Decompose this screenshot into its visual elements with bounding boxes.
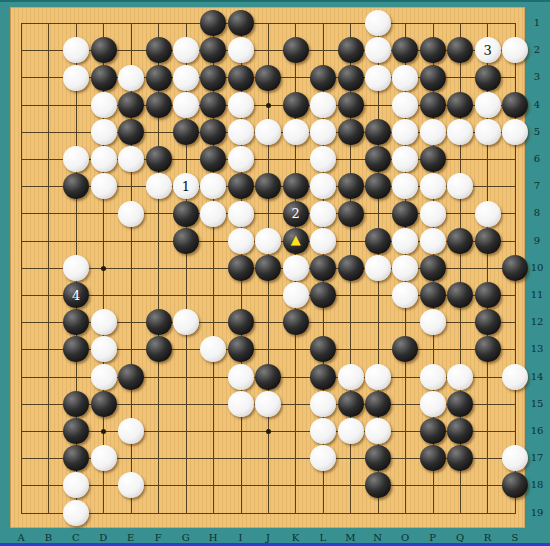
intersection-O1[interactable] xyxy=(392,10,419,37)
intersection-E14[interactable] xyxy=(117,363,144,390)
intersection-I9[interactable] xyxy=(227,227,254,254)
intersection-C10[interactable] xyxy=(62,254,89,281)
intersection-K13[interactable] xyxy=(282,336,309,363)
intersection-F3[interactable] xyxy=(145,64,172,91)
intersection-Q5[interactable] xyxy=(447,118,474,145)
intersection-I1[interactable] xyxy=(227,10,254,37)
intersection-N18[interactable] xyxy=(364,472,391,499)
intersection-A6[interactable] xyxy=(8,146,35,173)
intersection-A9[interactable] xyxy=(8,227,35,254)
intersection-R13[interactable] xyxy=(474,336,501,363)
intersection-O4[interactable] xyxy=(392,91,419,118)
intersection-C12[interactable] xyxy=(62,309,89,336)
intersection-M1[interactable] xyxy=(337,10,364,37)
intersection-I18[interactable] xyxy=(227,472,254,499)
intersection-N2[interactable] xyxy=(364,37,391,64)
intersection-K1[interactable] xyxy=(282,10,309,37)
intersection-F12[interactable] xyxy=(145,309,172,336)
intersection-O14[interactable] xyxy=(392,363,419,390)
intersection-P14[interactable] xyxy=(419,363,446,390)
intersection-E19[interactable] xyxy=(117,499,144,526)
intersection-K8[interactable]: 2 xyxy=(282,200,309,227)
intersection-K9[interactable]: ▲ xyxy=(282,227,309,254)
intersection-I15[interactable] xyxy=(227,390,254,417)
intersection-K16[interactable] xyxy=(282,417,309,444)
intersection-L1[interactable] xyxy=(309,10,336,37)
intersection-C16[interactable] xyxy=(62,417,89,444)
intersection-O18[interactable] xyxy=(392,472,419,499)
intersection-N10[interactable] xyxy=(364,254,391,281)
intersection-D1[interactable] xyxy=(90,10,117,37)
intersection-F19[interactable] xyxy=(145,499,172,526)
intersection-M9[interactable] xyxy=(337,227,364,254)
intersection-B14[interactable] xyxy=(35,363,62,390)
intersection-C8[interactable] xyxy=(62,200,89,227)
intersection-O2[interactable] xyxy=(392,37,419,64)
intersection-M15[interactable] xyxy=(337,390,364,417)
intersection-H14[interactable] xyxy=(200,363,227,390)
intersection-A10[interactable] xyxy=(8,254,35,281)
intersection-D14[interactable] xyxy=(90,363,117,390)
intersection-L18[interactable] xyxy=(309,472,336,499)
intersection-C3[interactable] xyxy=(62,64,89,91)
intersection-A18[interactable] xyxy=(8,472,35,499)
intersection-R3[interactable] xyxy=(474,64,501,91)
intersection-E4[interactable] xyxy=(117,91,144,118)
intersection-J2[interactable] xyxy=(255,37,282,64)
intersection-R2[interactable]: 3 xyxy=(474,37,501,64)
intersection-C6[interactable] xyxy=(62,146,89,173)
intersection-J5[interactable] xyxy=(255,118,282,145)
intersection-Q3[interactable] xyxy=(447,64,474,91)
intersection-D12[interactable] xyxy=(90,309,117,336)
intersection-N5[interactable] xyxy=(364,118,391,145)
intersection-Q15[interactable] xyxy=(447,390,474,417)
intersection-R5[interactable] xyxy=(474,118,501,145)
intersection-B15[interactable] xyxy=(35,390,62,417)
intersection-K4[interactable] xyxy=(282,91,309,118)
intersection-K5[interactable] xyxy=(282,118,309,145)
intersection-P13[interactable] xyxy=(419,336,446,363)
intersection-E17[interactable] xyxy=(117,445,144,472)
intersection-M13[interactable] xyxy=(337,336,364,363)
intersection-O7[interactable] xyxy=(392,173,419,200)
intersection-E1[interactable] xyxy=(117,10,144,37)
intersection-P4[interactable] xyxy=(419,91,446,118)
intersection-N3[interactable] xyxy=(364,64,391,91)
intersection-P11[interactable] xyxy=(419,281,446,308)
intersection-F14[interactable] xyxy=(145,363,172,390)
intersection-I10[interactable] xyxy=(227,254,254,281)
intersection-H12[interactable] xyxy=(200,309,227,336)
intersection-I7[interactable] xyxy=(227,173,254,200)
intersection-B11[interactable] xyxy=(35,281,62,308)
intersection-N7[interactable] xyxy=(364,173,391,200)
intersection-Q12[interactable] xyxy=(447,309,474,336)
intersection-P10[interactable] xyxy=(419,254,446,281)
intersection-J14[interactable] xyxy=(255,363,282,390)
intersection-L12[interactable] xyxy=(309,309,336,336)
intersection-B3[interactable] xyxy=(35,64,62,91)
intersection-I17[interactable] xyxy=(227,445,254,472)
intersection-H10[interactable] xyxy=(200,254,227,281)
intersection-H4[interactable] xyxy=(200,91,227,118)
intersection-G3[interactable] xyxy=(172,64,199,91)
intersection-P19[interactable] xyxy=(419,499,446,526)
intersection-O9[interactable] xyxy=(392,227,419,254)
intersection-E8[interactable] xyxy=(117,200,144,227)
intersection-B18[interactable] xyxy=(35,472,62,499)
intersection-H9[interactable] xyxy=(200,227,227,254)
intersection-R17[interactable] xyxy=(474,445,501,472)
intersection-R12[interactable] xyxy=(474,309,501,336)
intersection-I4[interactable] xyxy=(227,91,254,118)
intersection-F13[interactable] xyxy=(145,336,172,363)
intersection-E16[interactable] xyxy=(117,417,144,444)
intersection-E10[interactable] xyxy=(117,254,144,281)
intersection-Q17[interactable] xyxy=(447,445,474,472)
intersection-J9[interactable] xyxy=(255,227,282,254)
intersection-H1[interactable] xyxy=(200,10,227,37)
intersection-R9[interactable] xyxy=(474,227,501,254)
intersection-D15[interactable] xyxy=(90,390,117,417)
intersection-P17[interactable] xyxy=(419,445,446,472)
intersection-C2[interactable] xyxy=(62,37,89,64)
intersection-M18[interactable] xyxy=(337,472,364,499)
intersection-A13[interactable] xyxy=(8,336,35,363)
intersection-G1[interactable] xyxy=(172,10,199,37)
intersection-N17[interactable] xyxy=(364,445,391,472)
intersection-M7[interactable] xyxy=(337,173,364,200)
intersection-O12[interactable] xyxy=(392,309,419,336)
intersection-N13[interactable] xyxy=(364,336,391,363)
intersection-Q14[interactable] xyxy=(447,363,474,390)
intersection-K2[interactable] xyxy=(282,37,309,64)
intersection-I12[interactable] xyxy=(227,309,254,336)
intersection-J19[interactable] xyxy=(255,499,282,526)
intersection-L5[interactable] xyxy=(309,118,336,145)
intersection-J7[interactable] xyxy=(255,173,282,200)
intersection-D19[interactable] xyxy=(90,499,117,526)
intersection-I3[interactable] xyxy=(227,64,254,91)
intersection-C19[interactable] xyxy=(62,499,89,526)
intersection-M10[interactable] xyxy=(337,254,364,281)
intersection-P2[interactable] xyxy=(419,37,446,64)
intersection-M8[interactable] xyxy=(337,200,364,227)
intersection-I2[interactable] xyxy=(227,37,254,64)
intersection-H19[interactable] xyxy=(200,499,227,526)
intersection-O5[interactable] xyxy=(392,118,419,145)
intersection-C15[interactable] xyxy=(62,390,89,417)
intersection-C7[interactable] xyxy=(62,173,89,200)
intersection-J12[interactable] xyxy=(255,309,282,336)
intersection-O11[interactable] xyxy=(392,281,419,308)
intersection-P1[interactable] xyxy=(419,10,446,37)
intersection-H11[interactable] xyxy=(200,281,227,308)
intersection-K6[interactable] xyxy=(282,146,309,173)
intersection-Q7[interactable] xyxy=(447,173,474,200)
intersection-J15[interactable] xyxy=(255,390,282,417)
intersection-Q8[interactable] xyxy=(447,200,474,227)
intersection-D4[interactable] xyxy=(90,91,117,118)
intersection-M17[interactable] xyxy=(337,445,364,472)
intersection-H18[interactable] xyxy=(200,472,227,499)
intersection-K17[interactable] xyxy=(282,445,309,472)
intersection-C17[interactable] xyxy=(62,445,89,472)
intersection-L17[interactable] xyxy=(309,445,336,472)
intersection-A17[interactable] xyxy=(8,445,35,472)
intersection-K10[interactable] xyxy=(282,254,309,281)
intersection-E12[interactable] xyxy=(117,309,144,336)
intersection-P6[interactable] xyxy=(419,146,446,173)
intersection-L4[interactable] xyxy=(309,91,336,118)
intersection-F4[interactable] xyxy=(145,91,172,118)
intersection-G5[interactable] xyxy=(172,118,199,145)
intersection-J13[interactable] xyxy=(255,336,282,363)
intersection-L16[interactable] xyxy=(309,417,336,444)
intersection-D10[interactable] xyxy=(90,254,117,281)
intersection-N19[interactable] xyxy=(364,499,391,526)
intersection-R15[interactable] xyxy=(474,390,501,417)
intersection-B5[interactable] xyxy=(35,118,62,145)
intersection-Q6[interactable] xyxy=(447,146,474,173)
intersection-I6[interactable] xyxy=(227,146,254,173)
intersection-Q13[interactable] xyxy=(447,336,474,363)
intersection-R8[interactable] xyxy=(474,200,501,227)
intersection-B12[interactable] xyxy=(35,309,62,336)
intersection-M3[interactable] xyxy=(337,64,364,91)
intersection-J16[interactable] xyxy=(255,417,282,444)
intersection-D8[interactable] xyxy=(90,200,117,227)
intersection-K3[interactable] xyxy=(282,64,309,91)
intersection-K18[interactable] xyxy=(282,472,309,499)
intersection-B1[interactable] xyxy=(35,10,62,37)
intersection-G13[interactable] xyxy=(172,336,199,363)
intersection-E9[interactable] xyxy=(117,227,144,254)
intersection-O17[interactable] xyxy=(392,445,419,472)
intersection-P12[interactable] xyxy=(419,309,446,336)
intersection-N8[interactable] xyxy=(364,200,391,227)
intersection-B17[interactable] xyxy=(35,445,62,472)
intersection-L7[interactable] xyxy=(309,173,336,200)
intersection-H6[interactable] xyxy=(200,146,227,173)
intersection-K11[interactable] xyxy=(282,281,309,308)
intersection-G17[interactable] xyxy=(172,445,199,472)
intersection-Q2[interactable] xyxy=(447,37,474,64)
intersection-F16[interactable] xyxy=(145,417,172,444)
intersection-P9[interactable] xyxy=(419,227,446,254)
intersection-N6[interactable] xyxy=(364,146,391,173)
intersection-H3[interactable] xyxy=(200,64,227,91)
intersection-O15[interactable] xyxy=(392,390,419,417)
intersection-Q4[interactable] xyxy=(447,91,474,118)
intersection-G9[interactable] xyxy=(172,227,199,254)
intersection-P15[interactable] xyxy=(419,390,446,417)
intersection-H15[interactable] xyxy=(200,390,227,417)
intersection-R10[interactable] xyxy=(474,254,501,281)
intersection-K7[interactable] xyxy=(282,173,309,200)
intersection-N15[interactable] xyxy=(364,390,391,417)
intersection-F18[interactable] xyxy=(145,472,172,499)
intersection-B10[interactable] xyxy=(35,254,62,281)
intersection-G4[interactable] xyxy=(172,91,199,118)
intersection-C13[interactable] xyxy=(62,336,89,363)
intersection-P8[interactable] xyxy=(419,200,446,227)
intersection-N16[interactable] xyxy=(364,417,391,444)
intersection-G8[interactable] xyxy=(172,200,199,227)
intersection-D6[interactable] xyxy=(90,146,117,173)
intersection-E18[interactable] xyxy=(117,472,144,499)
intersection-C11[interactable]: 4 xyxy=(62,281,89,308)
intersection-G18[interactable] xyxy=(172,472,199,499)
intersection-E7[interactable] xyxy=(117,173,144,200)
intersection-N12[interactable] xyxy=(364,309,391,336)
intersection-L10[interactable] xyxy=(309,254,336,281)
intersection-E3[interactable] xyxy=(117,64,144,91)
intersection-P18[interactable] xyxy=(419,472,446,499)
intersection-L8[interactable] xyxy=(309,200,336,227)
intersection-F6[interactable] xyxy=(145,146,172,173)
intersection-Q19[interactable] xyxy=(447,499,474,526)
intersection-Q1[interactable] xyxy=(447,10,474,37)
intersection-O19[interactable] xyxy=(392,499,419,526)
intersection-R4[interactable] xyxy=(474,91,501,118)
intersection-A1[interactable] xyxy=(8,10,35,37)
intersection-C14[interactable] xyxy=(62,363,89,390)
intersection-A14[interactable] xyxy=(8,363,35,390)
intersection-R14[interactable] xyxy=(474,363,501,390)
intersection-J17[interactable] xyxy=(255,445,282,472)
intersection-F10[interactable] xyxy=(145,254,172,281)
intersection-K12[interactable] xyxy=(282,309,309,336)
intersection-R1[interactable] xyxy=(474,10,501,37)
intersection-C5[interactable] xyxy=(62,118,89,145)
intersection-I19[interactable] xyxy=(227,499,254,526)
intersection-P5[interactable] xyxy=(419,118,446,145)
intersection-J1[interactable] xyxy=(255,10,282,37)
intersection-J3[interactable] xyxy=(255,64,282,91)
intersection-N4[interactable] xyxy=(364,91,391,118)
intersection-E6[interactable] xyxy=(117,146,144,173)
intersection-Q16[interactable] xyxy=(447,417,474,444)
intersection-A7[interactable] xyxy=(8,173,35,200)
intersection-H2[interactable] xyxy=(200,37,227,64)
intersection-G16[interactable] xyxy=(172,417,199,444)
intersection-D5[interactable] xyxy=(90,118,117,145)
intersection-O8[interactable] xyxy=(392,200,419,227)
intersection-F1[interactable] xyxy=(145,10,172,37)
intersection-L6[interactable] xyxy=(309,146,336,173)
intersection-C9[interactable] xyxy=(62,227,89,254)
intersection-O6[interactable] xyxy=(392,146,419,173)
intersection-C1[interactable] xyxy=(62,10,89,37)
intersection-M16[interactable] xyxy=(337,417,364,444)
intersection-L19[interactable] xyxy=(309,499,336,526)
intersection-G19[interactable] xyxy=(172,499,199,526)
intersection-J4[interactable] xyxy=(255,91,282,118)
intersection-H8[interactable] xyxy=(200,200,227,227)
intersection-H5[interactable] xyxy=(200,118,227,145)
intersection-G7[interactable]: 1 xyxy=(172,173,199,200)
intersection-J18[interactable] xyxy=(255,472,282,499)
intersection-D16[interactable] xyxy=(90,417,117,444)
intersection-A19[interactable] xyxy=(8,499,35,526)
intersection-E5[interactable] xyxy=(117,118,144,145)
intersection-J6[interactable] xyxy=(255,146,282,173)
intersection-A2[interactable] xyxy=(8,37,35,64)
intersection-F15[interactable] xyxy=(145,390,172,417)
intersection-D3[interactable] xyxy=(90,64,117,91)
intersection-R7[interactable] xyxy=(474,173,501,200)
intersection-B4[interactable] xyxy=(35,91,62,118)
intersection-Q9[interactable] xyxy=(447,227,474,254)
intersection-Q11[interactable] xyxy=(447,281,474,308)
intersection-G2[interactable] xyxy=(172,37,199,64)
intersection-B16[interactable] xyxy=(35,417,62,444)
intersection-R6[interactable] xyxy=(474,146,501,173)
intersection-M11[interactable] xyxy=(337,281,364,308)
intersection-I13[interactable] xyxy=(227,336,254,363)
intersection-M6[interactable] xyxy=(337,146,364,173)
intersection-B6[interactable] xyxy=(35,146,62,173)
intersection-M12[interactable] xyxy=(337,309,364,336)
intersection-O13[interactable] xyxy=(392,336,419,363)
intersection-A3[interactable] xyxy=(8,64,35,91)
intersection-F17[interactable] xyxy=(145,445,172,472)
intersection-B8[interactable] xyxy=(35,200,62,227)
intersection-L11[interactable] xyxy=(309,281,336,308)
go-board[interactable]: 312▲4 xyxy=(10,7,525,528)
intersection-F2[interactable] xyxy=(145,37,172,64)
intersection-K19[interactable] xyxy=(282,499,309,526)
intersection-E2[interactable] xyxy=(117,37,144,64)
intersection-L2[interactable] xyxy=(309,37,336,64)
intersection-M19[interactable] xyxy=(337,499,364,526)
intersection-P7[interactable] xyxy=(419,173,446,200)
intersection-A15[interactable] xyxy=(8,390,35,417)
intersection-B9[interactable] xyxy=(35,227,62,254)
intersection-M2[interactable] xyxy=(337,37,364,64)
intersection-L15[interactable] xyxy=(309,390,336,417)
intersection-F8[interactable] xyxy=(145,200,172,227)
intersection-L13[interactable] xyxy=(309,336,336,363)
intersection-G6[interactable] xyxy=(172,146,199,173)
intersection-O3[interactable] xyxy=(392,64,419,91)
intersection-B7[interactable] xyxy=(35,173,62,200)
intersection-D9[interactable] xyxy=(90,227,117,254)
intersection-I8[interactable] xyxy=(227,200,254,227)
intersection-F9[interactable] xyxy=(145,227,172,254)
intersection-J8[interactable] xyxy=(255,200,282,227)
intersection-G10[interactable] xyxy=(172,254,199,281)
intersection-M5[interactable] xyxy=(337,118,364,145)
intersection-K15[interactable] xyxy=(282,390,309,417)
intersection-H17[interactable] xyxy=(200,445,227,472)
intersection-O16[interactable] xyxy=(392,417,419,444)
intersection-E15[interactable] xyxy=(117,390,144,417)
intersection-L14[interactable] xyxy=(309,363,336,390)
intersection-F7[interactable] xyxy=(145,173,172,200)
intersection-G14[interactable] xyxy=(172,363,199,390)
intersection-F5[interactable] xyxy=(145,118,172,145)
intersection-B13[interactable] xyxy=(35,336,62,363)
intersection-L3[interactable] xyxy=(309,64,336,91)
intersection-B2[interactable] xyxy=(35,37,62,64)
intersection-M14[interactable] xyxy=(337,363,364,390)
intersection-M4[interactable] xyxy=(337,91,364,118)
intersection-E13[interactable] xyxy=(117,336,144,363)
intersection-O10[interactable] xyxy=(392,254,419,281)
